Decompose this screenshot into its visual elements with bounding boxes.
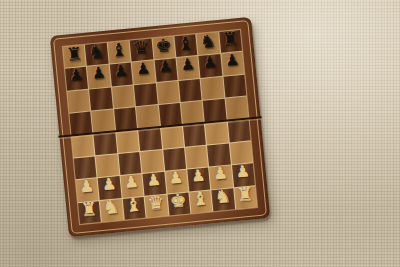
square-f6 <box>179 79 202 102</box>
square-a7: ♟ <box>65 67 88 90</box>
white-bishop: ♝ <box>125 196 143 215</box>
square-f5 <box>181 101 204 124</box>
square-a3 <box>74 156 97 179</box>
square-a5 <box>69 112 92 135</box>
black-pawn: ♟ <box>136 62 151 79</box>
black-rook: ♜ <box>65 44 83 63</box>
black-pawn: ♟ <box>91 66 106 83</box>
square-g1: ♞ <box>212 188 235 211</box>
square-g4 <box>205 121 228 144</box>
white-pawn: ♟ <box>80 179 95 196</box>
black-king: ♚ <box>154 36 172 55</box>
square-b6 <box>89 87 112 110</box>
square-d3 <box>140 150 163 173</box>
black-pawn: ♟ <box>113 64 128 81</box>
square-h8: ♜ <box>219 30 242 53</box>
black-bishop: ♝ <box>110 40 128 59</box>
square-g6 <box>201 77 224 100</box>
square-c8: ♝ <box>107 41 130 64</box>
black-knight: ♞ <box>88 42 106 61</box>
square-a8: ♜ <box>63 45 86 68</box>
white-pawn: ♟ <box>169 171 184 188</box>
square-b4 <box>94 132 117 155</box>
square-e8: ♚ <box>152 36 175 59</box>
square-d5 <box>136 105 159 128</box>
white-pawn: ♟ <box>235 164 250 181</box>
chess-board: ♜♞♝♛♚♝♞♜♟♟♟♟♟♟♟♟♟♟♟♟♟♟♟♟♜♞♝♛♚♝♞♜ <box>50 17 270 237</box>
square-h7: ♟ <box>221 52 244 75</box>
square-a1: ♜ <box>78 201 101 224</box>
square-g5 <box>203 99 226 122</box>
square-c3 <box>118 152 141 175</box>
square-a4 <box>71 134 94 157</box>
square-g8: ♞ <box>197 32 220 55</box>
white-rook: ♜ <box>236 185 254 204</box>
square-a6 <box>67 89 90 112</box>
white-knight: ♞ <box>214 187 232 206</box>
white-pawn: ♟ <box>146 173 161 190</box>
square-f3 <box>185 146 208 169</box>
black-bishop: ♝ <box>177 34 195 53</box>
white-queen: ♛ <box>147 194 165 213</box>
square-d7: ♟ <box>132 61 155 84</box>
white-king: ♚ <box>169 192 187 211</box>
square-e4 <box>161 125 184 148</box>
square-b8: ♞ <box>85 43 108 66</box>
black-rook: ♜ <box>221 29 239 48</box>
black-knight: ♞ <box>199 31 217 50</box>
black-pawn: ♟ <box>180 57 195 74</box>
square-h1: ♜ <box>234 186 257 209</box>
white-pawn: ♟ <box>213 166 228 183</box>
square-e5 <box>158 103 181 126</box>
white-pawn: ♟ <box>102 177 117 194</box>
square-e1: ♚ <box>167 192 190 215</box>
white-knight: ♞ <box>103 198 121 217</box>
square-e3 <box>163 148 186 171</box>
black-pawn: ♟ <box>158 59 173 76</box>
square-f7: ♟ <box>176 56 199 79</box>
square-g7: ♟ <box>199 54 222 77</box>
square-b1: ♞ <box>100 199 123 222</box>
square-c1: ♝ <box>122 197 145 220</box>
white-pawn: ♟ <box>124 175 139 192</box>
black-pawn: ♟ <box>225 53 240 70</box>
square-d4 <box>138 128 161 151</box>
square-h6 <box>223 74 246 97</box>
square-c7: ♟ <box>110 63 133 86</box>
square-d8: ♛ <box>130 38 153 61</box>
square-b5 <box>92 110 115 133</box>
square-b7: ♟ <box>87 65 110 88</box>
square-g3 <box>207 143 230 166</box>
square-e6 <box>156 81 179 104</box>
square-h4 <box>227 119 250 142</box>
black-pawn: ♟ <box>202 55 217 72</box>
square-h3 <box>230 141 253 164</box>
square-e7: ♟ <box>154 59 177 82</box>
square-f8: ♝ <box>174 34 197 57</box>
square-f1: ♝ <box>189 190 212 213</box>
square-d1: ♛ <box>145 194 168 217</box>
square-h5 <box>225 97 248 120</box>
white-bishop: ♝ <box>192 190 210 209</box>
white-pawn: ♟ <box>191 169 206 186</box>
square-c4 <box>116 130 139 153</box>
square-c5 <box>114 107 137 130</box>
black-pawn: ♟ <box>69 68 84 85</box>
square-b3 <box>96 154 119 177</box>
burlap-background: ♜♞♝♛♚♝♞♜♟♟♟♟♟♟♟♟♟♟♟♟♟♟♟♟♜♞♝♛♚♝♞♜ <box>0 0 400 267</box>
square-f4 <box>183 123 206 146</box>
black-queen: ♛ <box>132 38 150 57</box>
square-d6 <box>134 83 157 106</box>
square-c6 <box>112 85 135 108</box>
white-rook: ♜ <box>80 200 98 219</box>
